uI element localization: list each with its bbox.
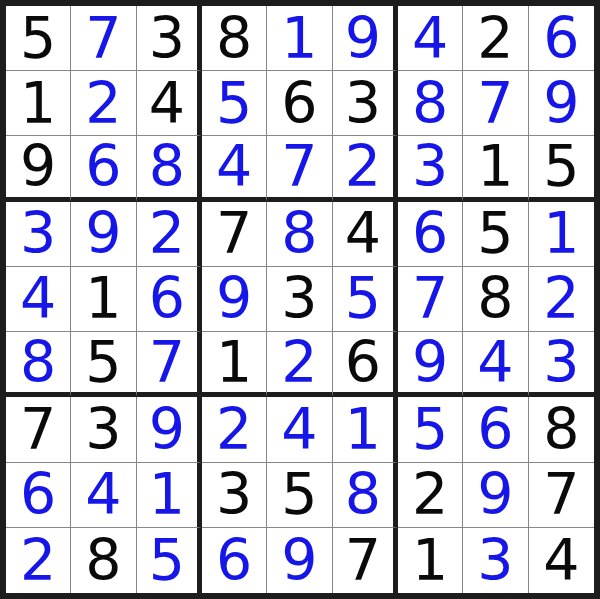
cell-r8c6[interactable]: 8 bbox=[333, 463, 398, 528]
cell-r9c1[interactable]: 2 bbox=[6, 528, 71, 593]
cell-r9c9[interactable]: 4 bbox=[529, 528, 594, 593]
cell-r5c7[interactable]: 7 bbox=[398, 267, 463, 332]
cell-r7c8[interactable]: 6 bbox=[463, 397, 528, 462]
cell-r9c3[interactable]: 5 bbox=[137, 528, 202, 593]
cell-r4c3[interactable]: 2 bbox=[137, 202, 202, 267]
cell-r7c7[interactable]: 5 bbox=[398, 397, 463, 462]
cell-r2c9[interactable]: 9 bbox=[529, 71, 594, 136]
cell-r4c4[interactable]: 7 bbox=[202, 202, 267, 267]
cell-r8c5[interactable]: 5 bbox=[267, 463, 332, 528]
cell-r8c4[interactable]: 3 bbox=[202, 463, 267, 528]
cell-r6c9[interactable]: 3 bbox=[529, 332, 594, 397]
cell-r7c5[interactable]: 4 bbox=[267, 397, 332, 462]
cell-r3c2[interactable]: 6 bbox=[71, 136, 136, 201]
cell-r5c3[interactable]: 6 bbox=[137, 267, 202, 332]
cell-r4c7[interactable]: 6 bbox=[398, 202, 463, 267]
cell-r8c9[interactable]: 7 bbox=[529, 463, 594, 528]
cell-r7c6[interactable]: 1 bbox=[333, 397, 398, 462]
cell-r3c3[interactable]: 8 bbox=[137, 136, 202, 201]
cell-r4c9[interactable]: 1 bbox=[529, 202, 594, 267]
cell-r1c2[interactable]: 7 bbox=[71, 6, 136, 71]
cell-r6c8[interactable]: 4 bbox=[463, 332, 528, 397]
cell-r1c8[interactable]: 2 bbox=[463, 6, 528, 71]
cell-r3c4[interactable]: 4 bbox=[202, 136, 267, 201]
cell-r5c2[interactable]: 1 bbox=[71, 267, 136, 332]
cell-r3c8[interactable]: 1 bbox=[463, 136, 528, 201]
cell-r1c4[interactable]: 8 bbox=[202, 6, 267, 71]
cell-r7c9[interactable]: 8 bbox=[529, 397, 594, 462]
cell-r6c1[interactable]: 8 bbox=[6, 332, 71, 397]
cell-r8c8[interactable]: 9 bbox=[463, 463, 528, 528]
cell-r5c6[interactable]: 5 bbox=[333, 267, 398, 332]
cell-r9c4[interactable]: 6 bbox=[202, 528, 267, 593]
cell-r7c3[interactable]: 9 bbox=[137, 397, 202, 462]
cell-r9c8[interactable]: 3 bbox=[463, 528, 528, 593]
cell-r3c7[interactable]: 3 bbox=[398, 136, 463, 201]
cell-r8c7[interactable]: 2 bbox=[398, 463, 463, 528]
cell-r6c7[interactable]: 9 bbox=[398, 332, 463, 397]
cell-r2c2[interactable]: 2 bbox=[71, 71, 136, 136]
cell-r8c2[interactable]: 4 bbox=[71, 463, 136, 528]
cell-r7c1[interactable]: 7 bbox=[6, 397, 71, 462]
cell-r6c6[interactable]: 6 bbox=[333, 332, 398, 397]
cell-r1c6[interactable]: 9 bbox=[333, 6, 398, 71]
cell-r2c4[interactable]: 5 bbox=[202, 71, 267, 136]
cell-r3c5[interactable]: 7 bbox=[267, 136, 332, 201]
cell-r4c5[interactable]: 8 bbox=[267, 202, 332, 267]
cell-r6c3[interactable]: 7 bbox=[137, 332, 202, 397]
cell-r1c9[interactable]: 6 bbox=[529, 6, 594, 71]
cell-r5c1[interactable]: 4 bbox=[6, 267, 71, 332]
cell-r2c1[interactable]: 1 bbox=[6, 71, 71, 136]
sudoku-board: 5738194261245638799684723153927846514169… bbox=[0, 0, 600, 599]
cell-r1c5[interactable]: 1 bbox=[267, 6, 332, 71]
cell-r2c6[interactable]: 3 bbox=[333, 71, 398, 136]
cell-r7c2[interactable]: 3 bbox=[71, 397, 136, 462]
cell-r6c2[interactable]: 5 bbox=[71, 332, 136, 397]
cell-r5c5[interactable]: 3 bbox=[267, 267, 332, 332]
cell-r4c6[interactable]: 4 bbox=[333, 202, 398, 267]
cell-r5c4[interactable]: 9 bbox=[202, 267, 267, 332]
cell-r4c1[interactable]: 3 bbox=[6, 202, 71, 267]
cell-r9c2[interactable]: 8 bbox=[71, 528, 136, 593]
cell-r4c8[interactable]: 5 bbox=[463, 202, 528, 267]
cell-r9c6[interactable]: 7 bbox=[333, 528, 398, 593]
cell-r2c8[interactable]: 7 bbox=[463, 71, 528, 136]
cell-r6c4[interactable]: 1 bbox=[202, 332, 267, 397]
cell-r1c3[interactable]: 3 bbox=[137, 6, 202, 71]
cell-r6c5[interactable]: 2 bbox=[267, 332, 332, 397]
cell-r2c3[interactable]: 4 bbox=[137, 71, 202, 136]
cell-r1c7[interactable]: 4 bbox=[398, 6, 463, 71]
cell-r5c9[interactable]: 2 bbox=[529, 267, 594, 332]
cell-r8c3[interactable]: 1 bbox=[137, 463, 202, 528]
cell-r3c9[interactable]: 5 bbox=[529, 136, 594, 201]
cell-r3c1[interactable]: 9 bbox=[6, 136, 71, 201]
cell-r9c5[interactable]: 9 bbox=[267, 528, 332, 593]
cell-r5c8[interactable]: 8 bbox=[463, 267, 528, 332]
cell-r7c4[interactable]: 2 bbox=[202, 397, 267, 462]
cell-r3c6[interactable]: 2 bbox=[333, 136, 398, 201]
cell-r2c5[interactable]: 6 bbox=[267, 71, 332, 136]
cell-r9c7[interactable]: 1 bbox=[398, 528, 463, 593]
cell-r2c7[interactable]: 8 bbox=[398, 71, 463, 136]
cell-r8c1[interactable]: 6 bbox=[6, 463, 71, 528]
cell-r1c1[interactable]: 5 bbox=[6, 6, 71, 71]
cell-r4c2[interactable]: 9 bbox=[71, 202, 136, 267]
